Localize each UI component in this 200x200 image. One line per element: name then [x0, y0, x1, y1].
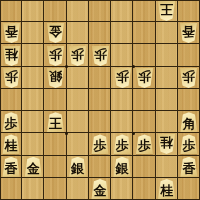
- shogi-app: 王香金香桂歩歩歩歩銀歩歩歩桂歩王角桂歩歩歩歩香金銀銀香金桂: [0, 0, 200, 200]
- piece-sente-gold-8h[interactable]: 金: [24, 157, 43, 177]
- piece-sente-pawn-1g[interactable]: 歩: [179, 134, 198, 154]
- piece-glyph: 香: [182, 159, 195, 175]
- piece-sente-pawn-4g[interactable]: 歩: [113, 134, 132, 154]
- piece-glyph: 歩: [49, 48, 62, 64]
- piece-gote-pawn-9d[interactable]: 歩: [2, 68, 21, 88]
- piece-sente-silver-4h[interactable]: 銀: [113, 157, 132, 177]
- piece-gote-pawn-1d[interactable]: 歩: [179, 68, 198, 88]
- piece-gote-knight-2g[interactable]: 桂: [157, 134, 176, 154]
- star-point: [65, 132, 68, 135]
- piece-gote-lance-9b[interactable]: 香: [2, 23, 21, 43]
- piece-sente-lance-9h[interactable]: 香: [2, 157, 21, 177]
- piece-glyph: 香: [5, 25, 18, 41]
- piece-glyph: 歩: [182, 70, 195, 86]
- star-point: [65, 65, 68, 68]
- piece-sente-gold-5i[interactable]: 金: [91, 179, 110, 199]
- piece-glyph: 歩: [182, 136, 195, 152]
- piece-sente-pawn-3g[interactable]: 歩: [135, 134, 154, 154]
- piece-glyph: 桂: [5, 48, 18, 64]
- piece-sente-bishop-1f[interactable]: 角: [179, 112, 198, 132]
- piece-glyph: 金: [94, 181, 107, 197]
- piece-gote-gold-7b[interactable]: 金: [46, 23, 65, 43]
- piece-sente-silver-6h[interactable]: 銀: [68, 157, 87, 177]
- piece-glyph: 金: [49, 25, 62, 41]
- piece-glyph: 歩: [5, 70, 18, 86]
- piece-gote-pawn-7c[interactable]: 歩: [46, 46, 65, 66]
- piece-glyph: 金: [27, 159, 40, 175]
- piece-gote-knight-9c[interactable]: 桂: [2, 46, 21, 66]
- shogi-board[interactable]: 王香金香桂歩歩歩歩銀歩歩歩桂歩王角桂歩歩歩歩香金銀銀香金桂: [0, 0, 200, 200]
- piece-glyph: 歩: [5, 114, 18, 130]
- piece-glyph: 歩: [71, 48, 84, 64]
- piece-gote-pawn-6c[interactable]: 歩: [68, 46, 87, 66]
- piece-sente-king-7f[interactable]: 王: [46, 112, 65, 132]
- piece-glyph: 桂: [5, 136, 18, 152]
- piece-glyph: 歩: [116, 136, 129, 152]
- piece-glyph: 銀: [49, 70, 62, 86]
- piece-sente-pawn-5g[interactable]: 歩: [91, 134, 110, 154]
- piece-glyph: 銀: [116, 159, 129, 175]
- piece-sente-pawn-9f[interactable]: 歩: [2, 112, 21, 132]
- piece-gote-lance-1b[interactable]: 香: [179, 23, 198, 43]
- piece-glyph: 歩: [116, 70, 129, 86]
- piece-glyph: 王: [49, 114, 62, 130]
- piece-glyph: 王: [160, 3, 173, 19]
- piece-sente-knight-9g[interactable]: 桂: [2, 134, 21, 154]
- piece-gote-pawn-5c[interactable]: 歩: [91, 46, 110, 66]
- piece-glyph: 香: [5, 159, 18, 175]
- piece-sente-knight-2i[interactable]: 桂: [157, 179, 176, 199]
- piece-glyph: 歩: [138, 136, 151, 152]
- piece-glyph: 銀: [71, 159, 84, 175]
- piece-glyph: 香: [182, 25, 195, 41]
- piece-gote-pawn-3d[interactable]: 歩: [135, 68, 154, 88]
- star-point: [132, 132, 135, 135]
- piece-gote-king-2a[interactable]: 王: [157, 1, 176, 21]
- piece-gote-pawn-4d[interactable]: 歩: [113, 68, 132, 88]
- piece-glyph: 角: [182, 114, 195, 130]
- piece-glyph: 桂: [160, 136, 173, 152]
- piece-glyph: 桂: [160, 181, 173, 197]
- piece-sente-lance-1h[interactable]: 香: [179, 157, 198, 177]
- piece-glyph: 歩: [138, 70, 151, 86]
- piece-glyph: 歩: [94, 136, 107, 152]
- star-point: [132, 65, 135, 68]
- piece-gote-silver-7d[interactable]: 銀: [46, 68, 65, 88]
- piece-glyph: 歩: [94, 48, 107, 64]
